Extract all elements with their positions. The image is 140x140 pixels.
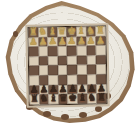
- bark-spot: [61, 114, 69, 120]
- piece-bP: ♟: [49, 84, 59, 94]
- piece-bR: ♜: [97, 92, 107, 102]
- piece-bP: ♟: [77, 83, 87, 93]
- square-3-5[interactable]: [77, 55, 87, 65]
- chess-board: ♜♞♝♛♚♝♞♜♟♟♟♟♟♟♟♟♟♟♟♟♟♟♟♟♜♞♝♛♚♝♞♜: [27, 25, 107, 105]
- square-2-7[interactable]: [96, 46, 106, 56]
- square-6-6[interactable]: ♟: [87, 84, 97, 94]
- piece-bP: ♟: [96, 83, 106, 93]
- square-3-1[interactable]: [38, 56, 48, 66]
- square-6-0[interactable]: ♟: [29, 85, 39, 95]
- piece-bB: ♝: [49, 93, 59, 103]
- square-3-3[interactable]: [58, 56, 68, 66]
- piece-bP: ♟: [39, 84, 49, 94]
- piece-wN: ♞: [38, 26, 48, 36]
- square-5-0[interactable]: [29, 75, 39, 85]
- square-7-0[interactable]: ♜: [30, 95, 40, 105]
- piece-bP: ♟: [58, 84, 68, 94]
- bark-spot: [43, 111, 51, 117]
- square-7-5[interactable]: ♝: [77, 94, 87, 104]
- square-6-4[interactable]: ♟: [68, 84, 78, 94]
- piece-wB: ♝: [48, 26, 58, 36]
- piece-bQ: ♛: [58, 93, 68, 103]
- bark-spot: [79, 112, 87, 118]
- piece-wB: ♝: [76, 26, 86, 36]
- piece-wP: ♟: [28, 36, 38, 46]
- square-2-1[interactable]: [38, 47, 48, 57]
- square-1-0[interactable]: ♟: [29, 37, 39, 47]
- photo-background: ♜♞♝♛♚♝♞♜♟♟♟♟♟♟♟♟♟♟♟♟♟♟♟♟♜♞♝♛♚♝♞♜: [0, 0, 140, 140]
- piece-bP: ♟: [29, 84, 39, 94]
- square-4-6[interactable]: [87, 65, 97, 75]
- square-0-3[interactable]: ♛: [57, 27, 67, 37]
- square-5-6[interactable]: [87, 74, 97, 84]
- square-3-6[interactable]: [86, 55, 96, 65]
- square-4-1[interactable]: [39, 66, 49, 76]
- square-4-2[interactable]: [48, 66, 58, 76]
- square-4-5[interactable]: [77, 65, 87, 75]
- square-7-6[interactable]: ♞: [87, 94, 97, 104]
- square-4-3[interactable]: [58, 65, 68, 75]
- square-4-4[interactable]: [67, 65, 77, 75]
- square-7-7[interactable]: ♜: [97, 93, 107, 103]
- piece-wP: ♟: [57, 36, 67, 46]
- piece-bN: ♞: [87, 93, 97, 103]
- square-1-7[interactable]: ♟: [96, 36, 106, 46]
- piece-wP: ♟: [96, 35, 106, 45]
- bark-spot: [95, 106, 102, 112]
- square-6-1[interactable]: ♟: [39, 85, 49, 95]
- square-4-7[interactable]: [96, 65, 106, 75]
- square-7-4[interactable]: ♚: [68, 94, 78, 104]
- piece-wP: ♟: [48, 36, 58, 46]
- square-7-3[interactable]: ♛: [58, 94, 68, 104]
- piece-bP: ♟: [68, 83, 78, 93]
- square-6-5[interactable]: ♟: [77, 84, 87, 94]
- bark-spot: [13, 31, 18, 37]
- piece-bB: ♝: [77, 93, 87, 103]
- square-1-4[interactable]: ♟: [67, 36, 77, 46]
- square-0-0[interactable]: ♜: [28, 28, 38, 38]
- piece-bR: ♜: [29, 94, 39, 104]
- square-7-1[interactable]: ♞: [39, 94, 49, 104]
- square-5-7[interactable]: [96, 74, 106, 84]
- square-1-3[interactable]: ♟: [57, 37, 67, 47]
- square-2-5[interactable]: [77, 46, 87, 56]
- piece-wR: ♜: [28, 27, 38, 37]
- square-1-1[interactable]: ♟: [38, 37, 48, 47]
- chess-board-grid: ♜♞♝♛♚♝♞♜♟♟♟♟♟♟♟♟♟♟♟♟♟♟♟♟♜♞♝♛♚♝♞♜: [28, 26, 106, 104]
- piece-wP: ♟: [76, 35, 86, 45]
- square-1-5[interactable]: ♟: [76, 36, 86, 46]
- square-7-2[interactable]: ♝: [49, 94, 59, 104]
- square-4-0[interactable]: [29, 66, 39, 76]
- piece-wP: ♟: [86, 35, 96, 45]
- square-2-0[interactable]: [29, 47, 39, 57]
- square-3-4[interactable]: [67, 56, 77, 66]
- square-2-4[interactable]: [67, 46, 77, 56]
- square-5-3[interactable]: [58, 75, 68, 85]
- square-6-2[interactable]: ♟: [49, 85, 59, 95]
- square-0-2[interactable]: ♝: [48, 27, 58, 37]
- piece-bK: ♚: [68, 93, 78, 103]
- piece-wP: ♟: [38, 36, 48, 46]
- square-6-3[interactable]: ♟: [58, 85, 68, 95]
- square-1-2[interactable]: ♟: [48, 37, 58, 47]
- square-5-1[interactable]: [39, 75, 49, 85]
- square-3-7[interactable]: [96, 55, 106, 65]
- piece-wN: ♞: [86, 26, 96, 36]
- square-2-6[interactable]: [86, 46, 96, 56]
- square-6-7[interactable]: ♟: [96, 84, 106, 94]
- square-2-2[interactable]: [48, 46, 58, 56]
- piece-wR: ♜: [95, 25, 105, 35]
- piece-bN: ♞: [39, 93, 49, 103]
- piece-wQ: ♛: [57, 26, 67, 36]
- square-1-6[interactable]: ♟: [86, 36, 96, 46]
- square-2-3[interactable]: [57, 46, 67, 56]
- piece-wK: ♚: [67, 26, 77, 36]
- square-0-4[interactable]: ♚: [67, 27, 77, 37]
- piece-wP: ♟: [67, 35, 77, 45]
- square-5-4[interactable]: [68, 75, 78, 85]
- square-0-1[interactable]: ♞: [38, 27, 48, 37]
- square-3-2[interactable]: [48, 56, 58, 66]
- square-0-5[interactable]: ♝: [76, 27, 86, 37]
- square-3-0[interactable]: [29, 56, 39, 66]
- square-5-5[interactable]: [77, 75, 87, 85]
- square-0-6[interactable]: ♞: [86, 27, 96, 37]
- square-0-7[interactable]: ♜: [95, 26, 105, 36]
- piece-bP: ♟: [87, 83, 97, 93]
- square-5-2[interactable]: [48, 75, 58, 85]
